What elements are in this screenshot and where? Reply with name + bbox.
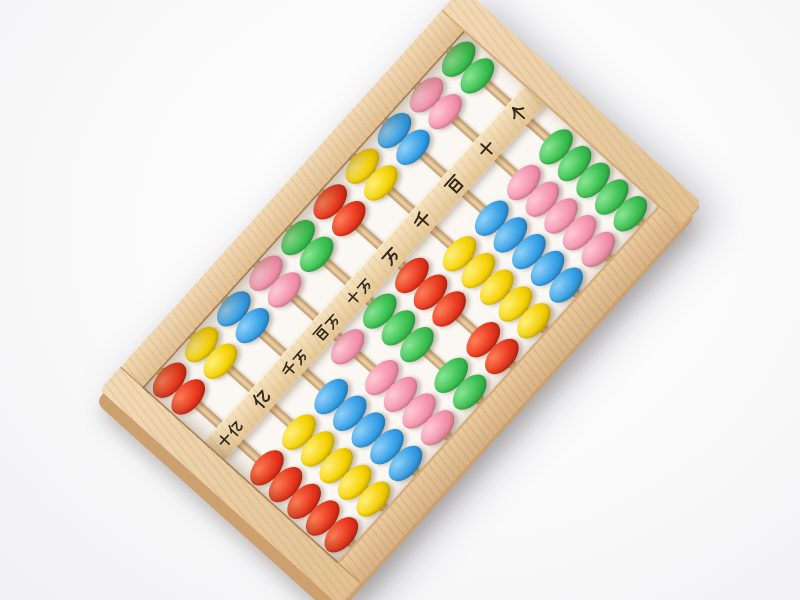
photo-background: 十亿亿千万百万十万万千百十个 <box>0 0 800 600</box>
abacus-board: 十亿亿千万百万十万万千百十个 <box>100 0 701 600</box>
